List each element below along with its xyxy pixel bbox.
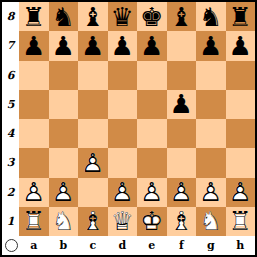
rank-label-3: 3 — [2, 148, 19, 177]
square-g7[interactable]: ♟ — [196, 31, 226, 60]
rank-label-6: 6 — [2, 61, 19, 90]
square-d1[interactable]: ♛♕ — [108, 207, 138, 236]
rank-label-2: 2 — [2, 178, 19, 207]
square-g8[interactable]: ♞ — [196, 2, 226, 31]
white-pawn-piece: ♙ — [137, 178, 167, 207]
square-e1[interactable]: ♚♔ — [137, 207, 167, 236]
white-bishop-piece: ♗ — [167, 207, 197, 236]
square-e6[interactable] — [137, 61, 167, 90]
black-rook-piece: ♜ — [19, 2, 49, 31]
black-bishop-piece: ♝ — [167, 2, 197, 31]
white-rook-piece: ♖ — [226, 207, 256, 236]
square-f5[interactable]: ♟ — [167, 90, 197, 119]
black-pawn-piece: ♟ — [108, 31, 138, 60]
square-e8[interactable]: ♚ — [137, 2, 167, 31]
square-a6[interactable] — [19, 61, 49, 90]
file-label-a: a — [19, 236, 49, 255]
square-c5[interactable] — [78, 90, 108, 119]
square-b4[interactable] — [49, 119, 79, 148]
white-pawn-piece: ♙ — [19, 178, 49, 207]
rank-label-text: 5 — [7, 98, 15, 111]
black-knight-piece: ♞ — [49, 2, 79, 31]
square-c2[interactable] — [78, 178, 108, 207]
square-e3[interactable] — [137, 148, 167, 177]
square-h2[interactable]: ♟♙ — [226, 178, 256, 207]
square-b6[interactable] — [49, 61, 79, 90]
square-h3[interactable] — [226, 148, 256, 177]
square-e5[interactable] — [137, 90, 167, 119]
square-f2[interactable]: ♟♙ — [167, 178, 197, 207]
square-f8[interactable]: ♝ — [167, 2, 197, 31]
file-label-h: h — [226, 236, 256, 255]
square-f6[interactable] — [167, 61, 197, 90]
white-pawn-piece: ♙ — [78, 148, 108, 177]
square-e7[interactable]: ♟ — [137, 31, 167, 60]
square-d3[interactable] — [108, 148, 138, 177]
white-pawn-piece: ♙ — [167, 178, 197, 207]
rank-label-5: 5 — [2, 90, 19, 119]
white-knight-piece: ♘ — [196, 207, 226, 236]
square-f1[interactable]: ♝♗ — [167, 207, 197, 236]
square-c6[interactable] — [78, 61, 108, 90]
square-b7[interactable]: ♟ — [49, 31, 79, 60]
rank-label-text: 6 — [7, 69, 15, 82]
square-b8[interactable]: ♞ — [49, 2, 79, 31]
white-pawn-piece: ♙ — [49, 178, 79, 207]
white-king-piece: ♔ — [137, 207, 167, 236]
file-label-text: f — [179, 239, 184, 252]
square-g6[interactable] — [196, 61, 226, 90]
white-knight-piece: ♘ — [49, 207, 79, 236]
black-bishop-piece: ♝ — [78, 2, 108, 31]
board-grid: 8♜♞♝♛♚♝♞♜7♟♟♟♟♟♟♟65♟43♟♙2♟♙♟♙♟♙♟♙♟♙♟♙♟♙1… — [2, 2, 255, 255]
square-f4[interactable] — [167, 119, 197, 148]
square-c3[interactable]: ♟♙ — [78, 148, 108, 177]
square-h5[interactable] — [226, 90, 256, 119]
rank-label-7: 7 — [2, 31, 19, 60]
file-label-text: c — [89, 239, 96, 252]
black-pawn-piece: ♟ — [167, 90, 197, 119]
turn-indicator-white-circle-icon — [5, 239, 18, 252]
square-b2[interactable]: ♟♙ — [49, 178, 79, 207]
file-label-text: e — [148, 239, 155, 252]
rank-label-1: 1 — [2, 207, 19, 236]
square-d7[interactable]: ♟ — [108, 31, 138, 60]
square-d6[interactable] — [108, 61, 138, 90]
white-pawn-piece: ♙ — [196, 178, 226, 207]
black-pawn-piece: ♟ — [19, 31, 49, 60]
white-rook-piece: ♖ — [19, 207, 49, 236]
square-c4[interactable] — [78, 119, 108, 148]
square-c8[interactable]: ♝ — [78, 2, 108, 31]
file-label-b: b — [49, 236, 79, 255]
white-bishop-piece: ♗ — [78, 207, 108, 236]
square-g2[interactable]: ♟♙ — [196, 178, 226, 207]
square-d4[interactable] — [108, 119, 138, 148]
square-d5[interactable] — [108, 90, 138, 119]
rank-label-4: 4 — [2, 119, 19, 148]
black-pawn-piece: ♟ — [49, 31, 79, 60]
file-label-c: c — [78, 236, 108, 255]
square-b1[interactable]: ♞♘ — [49, 207, 79, 236]
rank-label-8: 8 — [2, 2, 19, 31]
square-h8[interactable]: ♜ — [226, 2, 256, 31]
square-b5[interactable] — [49, 90, 79, 119]
black-pawn-piece: ♟ — [78, 31, 108, 60]
square-g5[interactable] — [196, 90, 226, 119]
square-c7[interactable]: ♟ — [78, 31, 108, 60]
white-pawn-piece: ♙ — [226, 178, 256, 207]
square-a3[interactable] — [19, 148, 49, 177]
rank-label-text: 4 — [7, 127, 15, 140]
file-label-text: g — [207, 239, 215, 252]
black-queen-piece: ♛ — [108, 2, 138, 31]
file-label-text: h — [236, 239, 244, 252]
white-queen-piece: ♕ — [108, 207, 138, 236]
square-c1[interactable]: ♝♗ — [78, 207, 108, 236]
square-g1[interactable]: ♞♘ — [196, 207, 226, 236]
black-knight-piece: ♞ — [196, 2, 226, 31]
black-king-piece: ♚ — [137, 2, 167, 31]
square-g3[interactable] — [196, 148, 226, 177]
square-d2[interactable]: ♟♙ — [108, 178, 138, 207]
file-label-d: d — [108, 236, 138, 255]
rank-label-text: 7 — [7, 39, 15, 52]
file-label-text: a — [30, 239, 37, 252]
square-b3[interactable] — [49, 148, 79, 177]
square-h1[interactable]: ♜♖ — [226, 207, 256, 236]
black-pawn-piece: ♟ — [196, 31, 226, 60]
square-a8[interactable]: ♜ — [19, 2, 49, 31]
black-rook-piece: ♜ — [226, 2, 256, 31]
square-g4[interactable] — [196, 119, 226, 148]
square-a7[interactable]: ♟ — [19, 31, 49, 60]
rank-label-text: 1 — [7, 215, 15, 228]
file-label-e: e — [137, 236, 167, 255]
square-a4[interactable] — [19, 119, 49, 148]
file-label-g: g — [196, 236, 226, 255]
file-label-f: f — [167, 236, 197, 255]
square-h4[interactable] — [226, 119, 256, 148]
rank-label-text: 3 — [7, 156, 15, 169]
square-e4[interactable] — [137, 119, 167, 148]
rank-label-text: 8 — [7, 10, 15, 23]
square-a1[interactable]: ♜♖ — [19, 207, 49, 236]
square-h7[interactable]: ♟ — [226, 31, 256, 60]
file-label-text: b — [59, 239, 67, 252]
chess-board-diagram: 8♜♞♝♛♚♝♞♜7♟♟♟♟♟♟♟65♟43♟♙2♟♙♟♙♟♙♟♙♟♙♟♙♟♙1… — [0, 0, 257, 257]
square-a2[interactable]: ♟♙ — [19, 178, 49, 207]
white-pawn-piece: ♙ — [108, 178, 138, 207]
black-pawn-piece: ♟ — [137, 31, 167, 60]
black-pawn-piece: ♟ — [226, 31, 256, 60]
square-a5[interactable] — [19, 90, 49, 119]
square-d8[interactable]: ♛ — [108, 2, 138, 31]
square-e2[interactable]: ♟♙ — [137, 178, 167, 207]
file-label-text: d — [118, 239, 126, 252]
square-f7[interactable] — [167, 31, 197, 60]
square-h6[interactable] — [226, 61, 256, 90]
rank-label-text: 2 — [7, 186, 15, 199]
square-f3[interactable] — [167, 148, 197, 177]
